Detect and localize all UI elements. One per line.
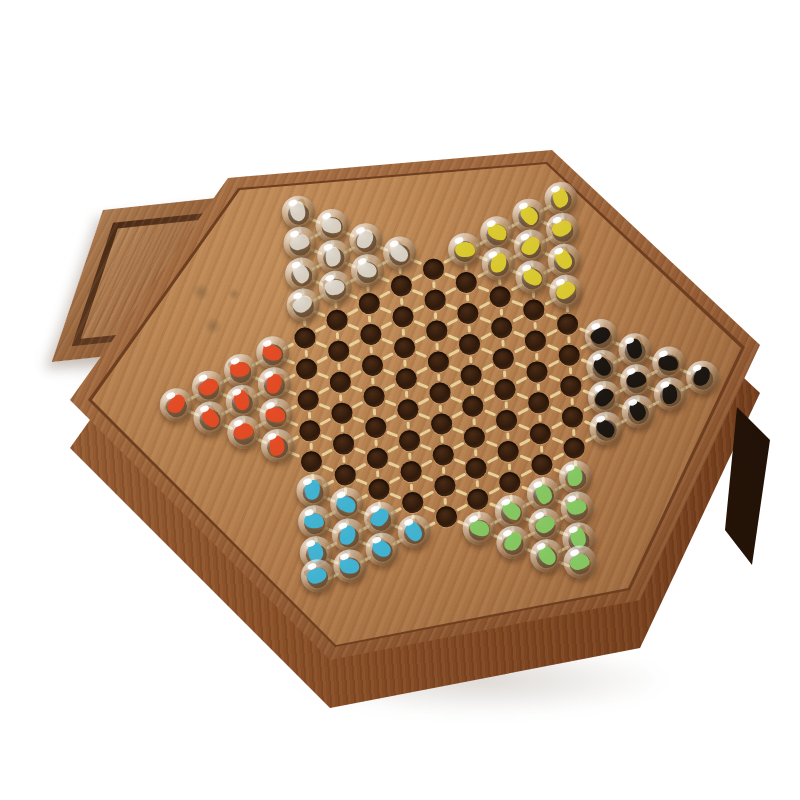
- marble-black[interactable]: [586, 349, 621, 384]
- marble-green[interactable]: [462, 511, 497, 546]
- board-cell: [493, 466, 527, 499]
- board-cell: [384, 270, 418, 303]
- board-cell: [483, 280, 517, 313]
- board-cell: [350, 256, 384, 289]
- board-cell: [453, 328, 487, 361]
- board-cell: [514, 232, 548, 265]
- board-hole[interactable]: [530, 423, 552, 445]
- marble-white[interactable]: [350, 253, 385, 288]
- marble-white[interactable]: [316, 239, 351, 274]
- board-cell: [618, 335, 652, 368]
- board-cell: [192, 373, 226, 406]
- board-cell: [459, 452, 493, 485]
- board-cell: [587, 383, 621, 416]
- board-cell: [450, 266, 484, 299]
- board-cell: [546, 215, 580, 248]
- board-cell: [448, 235, 482, 268]
- board-cell: [331, 521, 365, 554]
- board-cell: [321, 335, 355, 368]
- board-hole[interactable]: [528, 392, 550, 414]
- board-cell: [283, 228, 317, 261]
- board-hole[interactable]: [401, 492, 423, 514]
- board-cell: [525, 448, 559, 481]
- board-cell: [621, 397, 655, 430]
- board-cell: [589, 414, 623, 447]
- board-cell: [522, 386, 556, 419]
- board-cell: [353, 318, 387, 351]
- board-cell: [257, 369, 291, 402]
- marble-black[interactable]: [618, 332, 653, 367]
- board-cell: [363, 503, 397, 536]
- marble-red[interactable]: [257, 366, 292, 401]
- board-cell: [559, 462, 593, 495]
- product-photo: [0, 0, 800, 800]
- board-cell: [224, 356, 258, 389]
- board-cell: [554, 369, 588, 402]
- board-cell: [365, 534, 399, 567]
- marble-red[interactable]: [223, 353, 258, 388]
- marble-yellow[interactable]: [545, 212, 580, 247]
- marble-red[interactable]: [259, 397, 294, 432]
- marble-white[interactable]: [382, 236, 417, 271]
- board-hole[interactable]: [563, 437, 585, 459]
- marble-yellow[interactable]: [481, 246, 516, 281]
- board-cell: [320, 304, 354, 337]
- board-hole[interactable]: [496, 409, 518, 431]
- board-cell: [523, 417, 557, 450]
- board-cell: [512, 201, 546, 234]
- board-hole[interactable]: [465, 457, 487, 479]
- board-cell: [528, 510, 562, 543]
- board-cell: [426, 438, 460, 471]
- board-cell: [291, 383, 325, 416]
- marble-white[interactable]: [348, 222, 383, 257]
- board-hole[interactable]: [491, 316, 513, 338]
- board-cell: [451, 297, 485, 330]
- board-cell: [297, 507, 331, 540]
- board-cell: [515, 263, 549, 296]
- board-hole[interactable]: [400, 461, 422, 483]
- board-cell: [547, 245, 581, 278]
- board-hole[interactable]: [393, 337, 415, 359]
- board-cell: [333, 552, 367, 585]
- board-cell: [530, 541, 564, 574]
- board-cell: [293, 414, 327, 447]
- board-hole[interactable]: [331, 402, 353, 424]
- board-cell: [362, 472, 396, 505]
- board-cell: [456, 390, 490, 423]
- board-cell: [458, 421, 492, 454]
- board-hole[interactable]: [334, 464, 356, 486]
- board-hole[interactable]: [328, 340, 350, 362]
- board-hole[interactable]: [457, 302, 479, 324]
- board-hole[interactable]: [430, 412, 452, 434]
- marble-red[interactable]: [225, 384, 260, 419]
- board-hole[interactable]: [499, 471, 521, 493]
- marble-white[interactable]: [284, 256, 319, 291]
- board-cell: [482, 249, 516, 282]
- board-hole[interactable]: [467, 488, 489, 510]
- marble-black[interactable]: [685, 359, 720, 394]
- board-cell: [193, 404, 227, 437]
- board-cell: [318, 273, 352, 306]
- board-cell: [651, 349, 685, 382]
- board-hole[interactable]: [427, 351, 449, 373]
- board-cell: [397, 517, 431, 550]
- marble-green[interactable]: [530, 538, 565, 573]
- board-hole[interactable]: [366, 447, 388, 469]
- board-hole[interactable]: [494, 378, 516, 400]
- marble-white[interactable]: [318, 270, 353, 305]
- marble-white[interactable]: [281, 194, 316, 229]
- marble-red[interactable]: [191, 370, 226, 405]
- board-cell: [281, 197, 315, 230]
- marble-blue[interactable]: [331, 518, 366, 553]
- board-cell: [389, 362, 423, 395]
- marble-black[interactable]: [621, 394, 656, 429]
- board-cell: [160, 390, 194, 423]
- board-cell: [463, 514, 497, 547]
- marble-green[interactable]: [496, 525, 531, 560]
- board-cell: [619, 366, 653, 399]
- board-cell: [358, 411, 392, 444]
- board-cell: [330, 490, 364, 523]
- board-cell: [296, 476, 330, 509]
- board-cell: [294, 445, 328, 478]
- board-cell: [454, 359, 488, 392]
- board-hole[interactable]: [557, 313, 579, 335]
- marble-blue[interactable]: [365, 531, 400, 566]
- board-cell: [419, 314, 453, 347]
- marble-red[interactable]: [227, 414, 262, 449]
- board-hole[interactable]: [464, 426, 486, 448]
- board-cell: [527, 479, 561, 512]
- board-hole[interactable]: [390, 275, 412, 297]
- board-hole[interactable]: [361, 354, 383, 376]
- marble-green[interactable]: [528, 507, 563, 542]
- board-hole[interactable]: [299, 419, 321, 441]
- board-cell: [461, 483, 495, 516]
- board-cell: [517, 294, 551, 327]
- board-cell: [317, 242, 351, 275]
- board-hole[interactable]: [456, 271, 478, 293]
- board-cell: [349, 225, 383, 258]
- marble-black[interactable]: [619, 363, 654, 398]
- marble-black[interactable]: [589, 411, 624, 446]
- board-cell: [256, 338, 290, 371]
- board-hole[interactable]: [435, 505, 457, 527]
- board-hole[interactable]: [368, 478, 390, 500]
- board-cell: [323, 366, 357, 399]
- marble-red[interactable]: [159, 387, 194, 422]
- board-cell: [424, 407, 458, 440]
- board-hole[interactable]: [422, 258, 444, 280]
- board-cell: [485, 311, 519, 344]
- board-cell: [495, 497, 529, 530]
- board-hole[interactable]: [562, 406, 584, 428]
- marble-yellow[interactable]: [513, 229, 548, 264]
- board-hole[interactable]: [398, 430, 420, 452]
- board-hole[interactable]: [294, 326, 316, 348]
- board-hole[interactable]: [364, 416, 386, 438]
- board-hole[interactable]: [531, 454, 553, 476]
- board-hole[interactable]: [462, 395, 484, 417]
- marble-white[interactable]: [286, 287, 321, 322]
- board-cell: [480, 218, 514, 251]
- board-cell: [427, 469, 461, 502]
- board-cell: [422, 376, 456, 409]
- board-cell: [387, 331, 421, 364]
- marble-red[interactable]: [260, 428, 295, 463]
- marble-black[interactable]: [587, 380, 622, 415]
- marble-red[interactable]: [193, 401, 228, 436]
- marble-white[interactable]: [315, 208, 350, 243]
- marble-black[interactable]: [653, 377, 688, 412]
- board-cell: [560, 493, 594, 526]
- board-cell: [394, 455, 428, 488]
- board-hole[interactable]: [397, 399, 419, 421]
- board-hole[interactable]: [329, 371, 351, 393]
- board-hole[interactable]: [326, 309, 348, 331]
- board-hole[interactable]: [560, 375, 582, 397]
- board-cell: [385, 301, 419, 334]
- board-cell: [390, 393, 424, 426]
- board-cell: [227, 417, 261, 450]
- marble-blue[interactable]: [333, 549, 368, 584]
- board-hole[interactable]: [425, 320, 447, 342]
- board-cell: [544, 184, 578, 217]
- board-cell: [488, 373, 522, 406]
- board-hole[interactable]: [493, 347, 515, 369]
- marble-green[interactable]: [560, 490, 595, 525]
- board-cell: [496, 528, 530, 561]
- board-cell: [261, 431, 295, 464]
- board-cell: [395, 486, 429, 519]
- board-hole[interactable]: [392, 306, 414, 328]
- marble-yellow[interactable]: [512, 198, 547, 233]
- board-cell: [586, 352, 620, 385]
- board-cell: [326, 428, 360, 461]
- board-cell: [491, 435, 525, 468]
- board-hole[interactable]: [526, 361, 548, 383]
- marble-blue[interactable]: [397, 514, 432, 549]
- board-cell: [417, 283, 451, 316]
- board-cell: [328, 459, 362, 492]
- marble-yellow[interactable]: [549, 273, 584, 308]
- board-cell: [685, 362, 719, 395]
- board-cell: [288, 321, 322, 354]
- board-cell: [315, 211, 349, 244]
- board-hole[interactable]: [459, 333, 481, 355]
- board-hole[interactable]: [523, 299, 545, 321]
- marble-black[interactable]: [584, 318, 619, 353]
- board-cell: [416, 252, 450, 285]
- board-cell: [653, 380, 687, 413]
- board-cell: [584, 321, 618, 354]
- board-hole[interactable]: [296, 357, 318, 379]
- board-cell: [360, 442, 394, 475]
- marble-green[interactable]: [526, 476, 561, 511]
- marble-green[interactable]: [558, 459, 593, 494]
- board-hole[interactable]: [424, 289, 446, 311]
- board-cell: [518, 325, 552, 358]
- board-cell: [355, 349, 389, 382]
- board-cell: [486, 342, 520, 375]
- board-cell: [557, 431, 591, 464]
- board-hole[interactable]: [363, 385, 385, 407]
- board-hole[interactable]: [360, 323, 382, 345]
- marble-black[interactable]: [651, 346, 686, 381]
- board-hole[interactable]: [429, 381, 451, 403]
- board-cell: [551, 307, 585, 340]
- board-cell: [352, 287, 386, 320]
- board-cell: [555, 400, 589, 433]
- board-hole[interactable]: [332, 433, 354, 455]
- board-cell: [429, 500, 463, 533]
- board-cell: [284, 259, 318, 292]
- marble-blue[interactable]: [329, 487, 364, 522]
- marble-blue[interactable]: [363, 500, 398, 535]
- board-cell: [357, 380, 391, 413]
- board-hole[interactable]: [300, 450, 322, 472]
- board-hole[interactable]: [297, 388, 319, 410]
- board-cell: [421, 345, 455, 378]
- board-hole[interactable]: [497, 440, 519, 462]
- marble-blue[interactable]: [297, 504, 332, 539]
- board-hole[interactable]: [395, 368, 417, 390]
- board-cell: [392, 424, 426, 457]
- marble-green[interactable]: [494, 494, 529, 529]
- board-cell: [563, 555, 597, 573]
- marble-yellow[interactable]: [547, 242, 582, 277]
- marble-white[interactable]: [283, 225, 318, 260]
- board-hole[interactable]: [433, 474, 455, 496]
- marble-yellow[interactable]: [515, 260, 550, 295]
- board-cell: [259, 400, 293, 433]
- marble-yellow[interactable]: [544, 181, 579, 216]
- board-hole[interactable]: [461, 364, 483, 386]
- board-cell: [289, 352, 323, 385]
- marble-blue[interactable]: [296, 473, 331, 508]
- board-cell: [301, 569, 335, 587]
- board-cell: [520, 356, 554, 389]
- board-cell: [552, 338, 586, 371]
- board-grid: [150, 177, 730, 594]
- board-cell: [225, 387, 259, 420]
- board-cell: [490, 404, 524, 437]
- marble-yellow[interactable]: [480, 215, 515, 250]
- board-hole[interactable]: [358, 292, 380, 314]
- marble-red[interactable]: [255, 335, 290, 370]
- board-cell: [286, 290, 320, 323]
- board-hole[interactable]: [558, 344, 580, 366]
- board-hole[interactable]: [432, 443, 454, 465]
- board-hole[interactable]: [525, 330, 547, 352]
- board-cell: [382, 239, 416, 272]
- board-cell: [549, 276, 583, 309]
- board-cell: [325, 397, 359, 430]
- board-hole[interactable]: [489, 285, 511, 307]
- marble-yellow[interactable]: [448, 232, 483, 267]
